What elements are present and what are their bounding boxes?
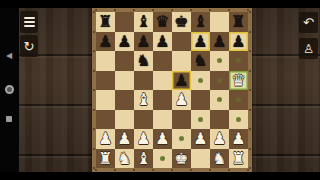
square-f3[interactable] (191, 110, 210, 130)
legal-move-dot (236, 117, 241, 122)
square-d1[interactable] (153, 149, 172, 169)
square-f4[interactable] (191, 90, 210, 110)
white-rook: ♜ (231, 149, 245, 168)
frame-dot (249, 128, 251, 130)
legal-move-dot (217, 78, 222, 83)
white-pawn: ♟ (212, 129, 226, 148)
frame-dot (93, 11, 95, 13)
square-g3[interactable] (210, 110, 229, 130)
frame-dot (249, 109, 251, 111)
frame-dot (249, 167, 251, 169)
square-b8[interactable] (115, 12, 134, 32)
frame-dot (209, 169, 211, 171)
square-a8[interactable]: ♜ (96, 12, 115, 32)
legal-move-dot (179, 136, 184, 141)
rotate-board-button[interactable]: ↻ (20, 35, 38, 57)
frame-dot (247, 169, 249, 171)
undo-icon: ↶ (303, 15, 314, 30)
square-f7[interactable]: ♟ (191, 32, 210, 52)
square-h4[interactable] (229, 90, 248, 110)
frame-dot (249, 70, 251, 72)
white-pawn: ♟ (155, 129, 169, 148)
square-a6[interactable] (96, 51, 115, 71)
frame-dot (249, 50, 251, 52)
square-d8[interactable]: ♛ (153, 12, 172, 32)
white-pawn: ♟ (174, 90, 188, 109)
square-e3[interactable] (172, 110, 191, 130)
app-screen: ◀ ↻ ↶ ♙ ♜♝♛♚♝♜♟♟♟♟♟♟♟♞♞♟♛♝♟♟♟♟♟♟♟♟♜♞♝♚♞♜ (0, 0, 320, 180)
square-h3[interactable] (229, 110, 248, 130)
legal-move-dot (217, 97, 222, 102)
white-pawn: ♟ (98, 129, 112, 148)
frame-dot (190, 9, 192, 11)
frame-dot (95, 169, 97, 171)
white-king: ♚ (174, 149, 188, 168)
frame-dot (228, 9, 230, 11)
black-knight: ♞ (136, 51, 150, 70)
piece-set-button[interactable]: ♙ (299, 38, 318, 59)
square-c2[interactable]: ♟ (134, 129, 153, 149)
square-a4[interactable] (96, 90, 115, 110)
frame-dot (93, 109, 95, 111)
black-king: ♚ (174, 12, 188, 31)
square-f1[interactable] (191, 149, 210, 169)
white-bishop: ♝ (136, 90, 150, 109)
square-h6[interactable] (229, 51, 248, 71)
black-pawn: ♟ (174, 71, 188, 90)
frame-dot (249, 148, 251, 150)
letterbox-bottom (0, 172, 320, 180)
legal-move-dot (236, 97, 241, 102)
square-e1[interactable]: ♚ (172, 149, 191, 169)
frame-dot (133, 169, 135, 171)
frame-dot (93, 70, 95, 72)
square-f5[interactable] (191, 71, 210, 91)
black-queen: ♛ (155, 12, 169, 31)
square-a5[interactable] (96, 71, 115, 91)
frame-dot (95, 9, 97, 11)
square-g4[interactable] (210, 90, 229, 110)
square-e6[interactable] (172, 51, 191, 71)
undo-button[interactable]: ↶ (299, 12, 318, 33)
square-b7[interactable]: ♟ (115, 32, 134, 52)
white-rook: ♜ (98, 149, 112, 168)
black-bishop: ♝ (193, 12, 207, 31)
square-d7[interactable]: ♟ (153, 32, 172, 52)
white-pawn: ♟ (193, 129, 207, 148)
black-pawn: ♟ (193, 32, 207, 51)
square-b2[interactable]: ♟ (115, 129, 134, 149)
white-pawn: ♟ (136, 129, 150, 148)
square-c4[interactable]: ♝ (134, 90, 153, 110)
square-h7[interactable]: ♟ (229, 32, 248, 52)
frame-dot (114, 9, 116, 11)
square-b6[interactable] (115, 51, 134, 71)
frame-dot (93, 50, 95, 52)
legal-move-dot (198, 117, 203, 122)
square-b3[interactable] (115, 110, 134, 130)
black-pawn: ♟ (231, 32, 245, 51)
legal-move-dot (198, 78, 203, 83)
square-f8[interactable]: ♝ (191, 12, 210, 32)
square-e2[interactable] (172, 129, 191, 149)
square-g7[interactable]: ♟ (210, 32, 229, 52)
square-c3[interactable] (134, 110, 153, 130)
chess-board: ♜♝♛♚♝♜♟♟♟♟♟♟♟♞♞♟♛♝♟♟♟♟♟♟♟♟♜♞♝♚♞♜ (92, 8, 252, 172)
square-a3[interactable] (96, 110, 115, 130)
black-rook: ♜ (231, 12, 245, 31)
white-knight: ♞ (212, 149, 226, 168)
frame-dot (93, 148, 95, 150)
square-b4[interactable] (115, 90, 134, 110)
frame-dot (93, 31, 95, 33)
square-c1[interactable]: ♝ (134, 149, 153, 169)
square-d5[interactable] (153, 71, 172, 91)
square-c6[interactable]: ♞ (134, 51, 153, 71)
frame-dot (249, 31, 251, 33)
frame-dot (114, 169, 116, 171)
square-h1[interactable]: ♜ (229, 149, 248, 169)
square-a7[interactable]: ♟ (96, 32, 115, 52)
square-b1[interactable]: ♞ (115, 149, 134, 169)
square-d4[interactable] (153, 90, 172, 110)
letterbox-top (0, 0, 320, 8)
frame-dot (247, 9, 249, 11)
square-c7[interactable]: ♟ (134, 32, 153, 52)
square-c5[interactable] (134, 71, 153, 91)
square-h5[interactable]: ♛ (229, 71, 248, 91)
white-knight: ♞ (117, 149, 131, 168)
frame-dot (93, 167, 95, 169)
android-navbar: ◀ (0, 0, 19, 180)
square-a2[interactable]: ♟ (96, 129, 115, 149)
back-icon[interactable]: ◀ (6, 52, 12, 60)
square-h8[interactable]: ♜ (229, 12, 248, 32)
square-e5[interactable]: ♟ (172, 71, 191, 91)
square-f2[interactable]: ♟ (191, 129, 210, 149)
square-e8[interactable]: ♚ (172, 12, 191, 32)
white-pawn: ♟ (117, 129, 131, 148)
rotate-icon: ↻ (24, 39, 35, 54)
black-pawn: ♟ (136, 32, 150, 51)
square-d3[interactable] (153, 110, 172, 130)
legal-move-dot (217, 58, 222, 63)
frame-dot (93, 128, 95, 130)
frame-dot (93, 89, 95, 91)
square-h2[interactable]: ♟ (229, 129, 248, 149)
square-c8[interactable]: ♝ (134, 12, 153, 32)
square-g5[interactable] (210, 71, 229, 91)
frame-dot (209, 9, 211, 11)
black-pawn: ♟ (212, 32, 226, 51)
square-d2[interactable]: ♟ (153, 129, 172, 149)
black-knight: ♞ (193, 51, 207, 70)
frame-dot (152, 9, 154, 11)
menu-button[interactable] (20, 11, 38, 33)
pawn-icon: ♙ (303, 42, 314, 56)
square-f6[interactable]: ♞ (191, 51, 210, 71)
frame-dot (171, 169, 173, 171)
square-g1[interactable]: ♞ (210, 149, 229, 169)
square-g8[interactable] (210, 12, 229, 32)
frame-dot (152, 169, 154, 171)
square-d6[interactable] (153, 51, 172, 71)
legal-move-dot (160, 156, 165, 161)
black-pawn: ♟ (117, 32, 131, 51)
frame-dot (249, 89, 251, 91)
white-queen: ♛ (231, 71, 245, 90)
black-pawn: ♟ (155, 32, 169, 51)
frame-dot (190, 169, 192, 171)
board-grid: ♜♝♛♚♝♜♟♟♟♟♟♟♟♞♞♟♛♝♟♟♟♟♟♟♟♟♜♞♝♚♞♜ (96, 12, 248, 168)
black-pawn: ♟ (98, 32, 112, 51)
black-bishop: ♝ (136, 12, 150, 31)
square-g2[interactable]: ♟ (210, 129, 229, 149)
frame-dot (133, 9, 135, 11)
square-e7[interactable] (172, 32, 191, 52)
square-a1[interactable]: ♜ (96, 149, 115, 169)
black-rook: ♜ (98, 12, 112, 31)
white-bishop: ♝ (136, 149, 150, 168)
home-icon[interactable] (5, 85, 14, 94)
white-pawn: ♟ (231, 129, 245, 148)
frame-dot (171, 9, 173, 11)
frame-dot (249, 11, 251, 13)
square-g6[interactable] (210, 51, 229, 71)
hamburger-icon (24, 17, 35, 27)
square-e4[interactable]: ♟ (172, 90, 191, 110)
square-b5[interactable] (115, 71, 134, 91)
recents-icon[interactable] (6, 116, 12, 122)
legal-move-dot (236, 58, 241, 63)
frame-dot (228, 169, 230, 171)
